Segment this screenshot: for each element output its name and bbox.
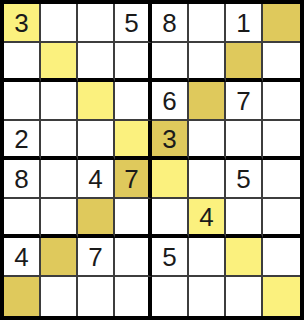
cell-r4c1[interactable]: 2 xyxy=(4,121,41,160)
cell-r4c2[interactable] xyxy=(41,121,78,160)
cell-r4c4[interactable] xyxy=(115,121,152,160)
cell-r7c8[interactable] xyxy=(263,238,300,277)
cell-r8c2[interactable] xyxy=(41,277,78,316)
cell-r8c4[interactable] xyxy=(115,277,152,316)
sudoku-board-wrap: 3581672384754475 xyxy=(0,0,304,320)
cell-r6c6[interactable]: 4 xyxy=(189,199,226,238)
cell-r5c7[interactable]: 5 xyxy=(226,160,263,199)
cell-r7c4[interactable] xyxy=(115,238,152,277)
cell-r7c6[interactable] xyxy=(189,238,226,277)
cell-r5c6[interactable] xyxy=(189,160,226,199)
cell-r4c6[interactable] xyxy=(189,121,226,160)
cell-r4c5[interactable]: 3 xyxy=(152,121,189,160)
cell-r3c8[interactable] xyxy=(263,82,300,121)
cell-r3c2[interactable] xyxy=(41,82,78,121)
cell-r3c1[interactable] xyxy=(4,82,41,121)
cell-r2c3[interactable] xyxy=(78,43,115,82)
cell-r2c8[interactable] xyxy=(263,43,300,82)
cell-r6c2[interactable] xyxy=(41,199,78,238)
cell-r1c6[interactable] xyxy=(189,4,226,43)
cell-r7c7[interactable] xyxy=(226,238,263,277)
cell-r3c3[interactable] xyxy=(78,82,115,121)
cell-r5c1[interactable]: 8 xyxy=(4,160,41,199)
cell-r6c4[interactable] xyxy=(115,199,152,238)
cell-r1c1[interactable]: 3 xyxy=(4,4,41,43)
cell-r2c4[interactable] xyxy=(115,43,152,82)
cell-r7c1[interactable]: 4 xyxy=(4,238,41,277)
cell-r1c2[interactable] xyxy=(41,4,78,43)
cell-r4c8[interactable] xyxy=(263,121,300,160)
cell-r5c8[interactable] xyxy=(263,160,300,199)
cell-r6c8[interactable] xyxy=(263,199,300,238)
cell-r1c8[interactable] xyxy=(263,4,300,43)
cell-r6c5[interactable] xyxy=(152,199,189,238)
cell-r2c2[interactable] xyxy=(41,43,78,82)
cell-r8c7[interactable] xyxy=(226,277,263,316)
sudoku-grid: 3581672384754475 xyxy=(0,0,304,320)
cell-r4c7[interactable] xyxy=(226,121,263,160)
cell-r8c6[interactable] xyxy=(189,277,226,316)
cell-r7c5[interactable]: 5 xyxy=(152,238,189,277)
cell-r5c5[interactable] xyxy=(152,160,189,199)
cell-r1c4[interactable]: 5 xyxy=(115,4,152,43)
cell-r2c7[interactable] xyxy=(226,43,263,82)
cell-r6c3[interactable] xyxy=(78,199,115,238)
cell-r3c5[interactable]: 6 xyxy=(152,82,189,121)
cell-r8c8[interactable] xyxy=(263,277,300,316)
cell-r2c5[interactable] xyxy=(152,43,189,82)
cell-r8c1[interactable] xyxy=(4,277,41,316)
cell-r4c3[interactable] xyxy=(78,121,115,160)
cell-r7c3[interactable]: 7 xyxy=(78,238,115,277)
cell-r5c3[interactable]: 4 xyxy=(78,160,115,199)
cell-r1c7[interactable]: 1 xyxy=(226,4,263,43)
cell-r1c3[interactable] xyxy=(78,4,115,43)
cell-r6c1[interactable] xyxy=(4,199,41,238)
cell-r3c7[interactable]: 7 xyxy=(226,82,263,121)
cell-r8c5[interactable] xyxy=(152,277,189,316)
cell-r7c2[interactable] xyxy=(41,238,78,277)
cell-r8c3[interactable] xyxy=(78,277,115,316)
cell-r3c6[interactable] xyxy=(189,82,226,121)
cell-r6c7[interactable] xyxy=(226,199,263,238)
cell-r3c4[interactable] xyxy=(115,82,152,121)
cell-r2c6[interactable] xyxy=(189,43,226,82)
cell-r5c2[interactable] xyxy=(41,160,78,199)
cell-r2c1[interactable] xyxy=(4,43,41,82)
cell-r5c4[interactable]: 7 xyxy=(115,160,152,199)
cell-r1c5[interactable]: 8 xyxy=(152,4,189,43)
